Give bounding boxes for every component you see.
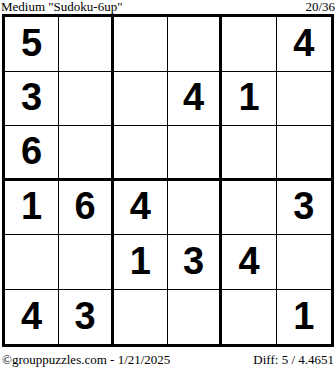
cell-r4c2-given-6[interactable]: 6 [59, 181, 113, 236]
difficulty-text: Diff: 5 / 4.4651 [253, 353, 334, 366]
cell-r6c4-empty[interactable] [168, 290, 222, 345]
cell-r5c6-empty[interactable] [277, 235, 331, 290]
cell-r3c1-given-6[interactable]: 6 [5, 126, 59, 181]
cell-r6c6-given-1[interactable]: 1 [277, 290, 331, 345]
cell-r2c4-given-4[interactable]: 4 [168, 72, 222, 127]
cell-r2c1-given-3[interactable]: 3 [5, 72, 59, 127]
cell-r4c5-empty[interactable] [222, 181, 276, 236]
cell-r2c3-empty[interactable] [114, 72, 168, 127]
cell-r2c5-given-1[interactable]: 1 [222, 72, 276, 127]
puzzle-title: Medium "Sudoku-6up" [1, 0, 122, 13]
cell-r1c3-empty[interactable] [114, 17, 168, 72]
cell-r1c2-empty[interactable] [59, 17, 113, 72]
sudoku-board: 5434161643134431 [2, 14, 334, 347]
cell-r5c1-empty[interactable] [5, 235, 59, 290]
page-footer: ©grouppuzzles.com - 1/21/2025 Diff: 5 / … [0, 347, 336, 366]
cell-r6c1-given-4[interactable]: 4 [5, 290, 59, 345]
cell-r5c4-given-3[interactable]: 3 [168, 235, 222, 290]
cell-r5c2-empty[interactable] [59, 235, 113, 290]
cell-r3c5-empty[interactable] [222, 126, 276, 181]
page-header: Medium "Sudoku-6up" 20/36 [0, 0, 336, 13]
cell-r4c4-empty[interactable] [168, 181, 222, 236]
cell-r5c5-given-4[interactable]: 4 [222, 235, 276, 290]
cell-r1c6-given-4[interactable]: 4 [277, 17, 331, 72]
cell-r1c5-empty[interactable] [222, 17, 276, 72]
page-number: 20/36 [305, 0, 335, 13]
cell-r3c4-empty[interactable] [168, 126, 222, 181]
cell-r3c3-empty[interactable] [114, 126, 168, 181]
cell-r4c3-given-4[interactable]: 4 [114, 181, 168, 236]
cell-r4c6-given-3[interactable]: 3 [277, 181, 331, 236]
cell-r4c1-given-1[interactable]: 1 [5, 181, 59, 236]
cell-r2c2-empty[interactable] [59, 72, 113, 127]
cell-r3c6-empty[interactable] [277, 126, 331, 181]
cell-r6c3-empty[interactable] [114, 290, 168, 345]
copyright-text: ©grouppuzzles.com - 1/21/2025 [2, 353, 170, 366]
cell-r5c3-given-1[interactable]: 1 [114, 235, 168, 290]
cell-r6c2-given-3[interactable]: 3 [59, 290, 113, 345]
cell-r1c4-empty[interactable] [168, 17, 222, 72]
cell-r1c1-given-5[interactable]: 5 [5, 17, 59, 72]
cell-r3c2-empty[interactable] [59, 126, 113, 181]
cell-r6c5-empty[interactable] [222, 290, 276, 345]
cell-r2c6-empty[interactable] [277, 72, 331, 127]
